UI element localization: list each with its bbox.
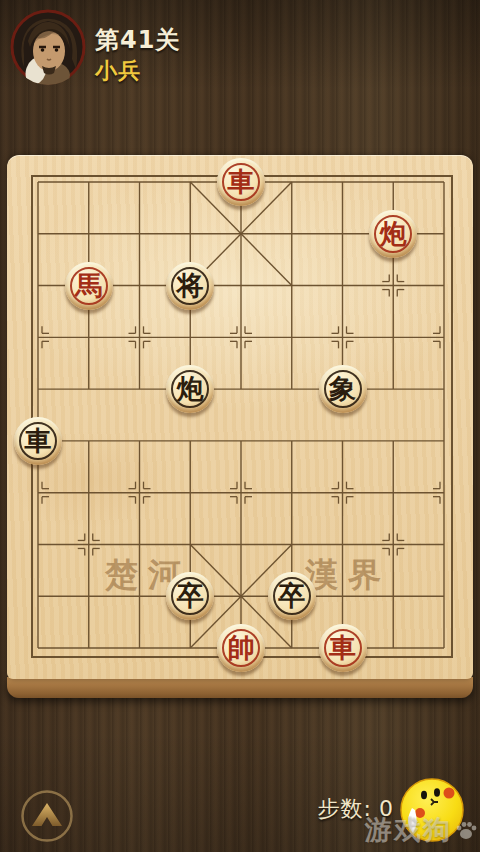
piece-glyph: 馬 [65, 262, 113, 310]
piece-red-帥[interactable]: 帥 [217, 624, 265, 672]
piece-black-卒[interactable]: 卒 [268, 572, 316, 620]
level-label: 第41关 [95, 24, 180, 56]
piece-glyph: 将 [166, 262, 214, 310]
piece-red-車[interactable]: 車 [217, 158, 265, 206]
game-screen: { "game": "xiangqi", "header": { "level_… [0, 0, 480, 852]
piece-glyph: 象 [319, 365, 367, 413]
piece-black-将[interactable]: 将 [166, 262, 214, 310]
piece-glyph: 車 [217, 158, 265, 206]
piece-glyph: 車 [319, 624, 367, 672]
piece-red-車[interactable]: 車 [319, 624, 367, 672]
piece-black-炮[interactable]: 炮 [166, 365, 214, 413]
chick-eye-right [434, 788, 440, 796]
moves-counter: 步数:0 [0, 794, 394, 824]
piece-glyph: 車 [14, 417, 62, 465]
header: 第41关 小兵 [0, 0, 480, 100]
piece-black-車[interactable]: 車 [14, 417, 62, 465]
chick-cheek-right [444, 788, 455, 799]
moves-label: 步数: [318, 796, 372, 821]
xiangqi-board: 楚河 漢界 車炮馬将炮象車卒卒帥車 [7, 155, 473, 679]
piece-glyph: 帥 [217, 624, 265, 672]
piece-red-炮[interactable]: 炮 [369, 210, 417, 258]
board-side-edge [7, 677, 473, 698]
river-label-right: 漢界 [305, 553, 391, 598]
piece-black-卒[interactable]: 卒 [166, 572, 214, 620]
stage-name: 小兵 [95, 56, 141, 86]
piece-glyph: 炮 [369, 210, 417, 258]
piece-black-象[interactable]: 象 [319, 365, 367, 413]
piece-glyph: 卒 [166, 572, 214, 620]
piece-red-馬[interactable]: 馬 [65, 262, 113, 310]
watermark: 游戏狗 [365, 812, 478, 848]
piece-glyph: 卒 [268, 572, 316, 620]
chick-eye-left [421, 791, 427, 799]
piece-glyph: 炮 [166, 365, 214, 413]
player-avatar[interactable] [10, 9, 86, 85]
paw-icon [454, 818, 478, 842]
